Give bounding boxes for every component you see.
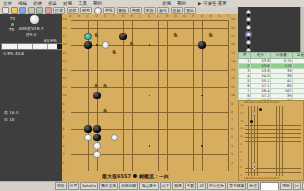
- bottom-button-KataGo[interactable]: KataGo: [80, 182, 98, 190]
- menu-item-工具[interactable]: 工具: [77, 1, 88, 6]
- open-icon[interactable]: [11, 7, 18, 14]
- coord-top-N: N: [174, 15, 176, 18]
- bottom-button-报告[interactable]: 报告: [55, 182, 67, 190]
- mini-coord-left-17: 17: [240, 113, 244, 116]
- coord-left-7: 7: [63, 119, 65, 122]
- nav-button-first[interactable]: |<: [293, 182, 301, 190]
- nav-button-prev10[interactable]: <<: [302, 182, 304, 190]
- coord-right-18: 18: [231, 27, 235, 30]
- bottom-button-试下[interactable]: 试下: [160, 182, 172, 190]
- coord-left-18: 18: [63, 27, 67, 30]
- coord-right-10: 10: [231, 94, 235, 97]
- mini-coord-left-1: 1: [240, 175, 242, 178]
- menu-item-帮助[interactable]: 帮助: [176, 1, 187, 6]
- stone-B-D6[interactable]: [93, 125, 101, 133]
- candidate-marker-F15[interactable]: ♞: [111, 49, 116, 55]
- tree-scrollbar[interactable]: [300, 7, 304, 52]
- candidate-marker-R17[interactable]: ♞: [208, 32, 213, 38]
- toolbar-button-形势[interactable]: 形势: [144, 7, 156, 14]
- stone-B-C16[interactable]: [84, 41, 92, 49]
- coord-right-5: 5: [231, 136, 233, 139]
- mini-coord-left-5: 5: [240, 160, 242, 163]
- coord-top-F: F: [113, 15, 115, 18]
- coord-right-8: 8: [231, 111, 233, 114]
- coord-top-T: T: [227, 15, 229, 18]
- menu-item-帮助[interactable]: 帮助: [92, 1, 103, 6]
- coord-right-11: 11: [231, 86, 235, 89]
- candidate-marker-H16[interactable]: ♞: [129, 41, 134, 47]
- coord-top-M: M: [166, 15, 169, 18]
- coord-top-J: J: [139, 15, 140, 18]
- coord-right-7: 7: [231, 119, 233, 122]
- bottom-button-clear[interactable]: 清除: [280, 182, 292, 190]
- coord-right-3: 3: [231, 153, 233, 156]
- variation-table[interactable]: 序胜率计算量目差153.80.7k253.8178353.839454.0385…: [238, 52, 304, 100]
- coord-left-14: 14: [63, 60, 67, 63]
- stone-B-D5[interactable]: [93, 134, 101, 142]
- setup-icon[interactable]: [45, 7, 52, 14]
- coord-top-D: D: [95, 15, 97, 18]
- coord-right-4: 4: [231, 145, 233, 148]
- new-file-icon[interactable]: [2, 7, 9, 14]
- stone-B-C17[interactable]: [84, 33, 92, 41]
- mini-stone-W-D4: [253, 163, 256, 166]
- coord-left-10: 10: [63, 94, 67, 97]
- status-strip: 最大值6557 树概览：一白: [62, 171, 238, 181]
- bottom-button-分享[interactable]: 分享: [68, 182, 80, 190]
- coord-right-17: 17: [231, 35, 235, 38]
- coord-left-3: 3: [63, 153, 65, 156]
- toolbar-button-删除[interactable]: 删除: [117, 7, 129, 14]
- stone-B-Q16[interactable]: [198, 41, 206, 49]
- coord-left-19: 19: [63, 18, 67, 21]
- bottom-button-手数[interactable]: 手数: [185, 182, 197, 190]
- toolbar-button-坐标[interactable]: 坐标: [171, 7, 183, 14]
- mini-coord-left-19: 19: [240, 105, 244, 108]
- toolbar-button-标号[interactable]: 标号: [157, 7, 169, 14]
- coord-top-R: R: [210, 15, 212, 18]
- coord-left-5: 5: [63, 136, 65, 139]
- candidate-marker-D17[interactable]: ♞: [94, 32, 99, 38]
- coord-top-Q: Q: [201, 15, 203, 18]
- coord-right-6: 6: [231, 128, 233, 131]
- mini-coord-left-9: 9: [240, 144, 242, 147]
- engine-name: AI绝艺V19.7: [0, 26, 62, 31]
- candidate-marker-D11[interactable]: ♞: [94, 83, 99, 89]
- bottom-toolbar: 报告分享KataGo黑白互换形势判断选点提示试下棋局手数AT中心坐标官子精算标注…: [0, 181, 304, 190]
- mini-coord-left-15: 15: [240, 121, 244, 124]
- white-to-analyze-stone-icon: [30, 15, 39, 24]
- coord-right-19: 19: [231, 18, 235, 21]
- menu-alert-label[interactable]: ▶ 可警告·重置: [197, 1, 228, 6]
- coord-top-O: O: [183, 15, 185, 18]
- coord-top-K: K: [148, 15, 150, 18]
- mini-stone-W-D3: [253, 167, 256, 170]
- coord-left-11: 11: [63, 86, 67, 89]
- bottom-button-选点提示[interactable]: 选点提示: [139, 182, 158, 190]
- toolbar-button-悔棋[interactable]: 悔棋: [130, 7, 142, 14]
- coord-top-E: E: [104, 15, 106, 18]
- mini-coord-left-11: 11: [240, 136, 244, 139]
- coord-left-16: 16: [63, 43, 67, 46]
- candidate-marker-E8[interactable]: ♞: [103, 108, 108, 114]
- coord-top-B: B: [78, 15, 80, 18]
- coord-top-G: G: [122, 15, 124, 18]
- menu-item-棋盘[interactable]: 棋盘: [47, 1, 58, 6]
- coord-left-2: 2: [63, 162, 65, 165]
- mini-coord-left-7: 7: [240, 152, 242, 155]
- toolbar-button-研究[interactable]: 研究: [80, 7, 92, 14]
- bottom-button-标注[interactable]: 标注: [247, 182, 259, 190]
- candidate-marker-N17[interactable]: ♞: [173, 32, 178, 38]
- coord-left-6: 6: [63, 128, 65, 131]
- engine-slot-t3-label: T3: [10, 16, 15, 21]
- winrate-bar: [1, 43, 63, 50]
- stone-W-D4[interactable]: [93, 142, 101, 150]
- coord-left-12: 12: [63, 77, 67, 80]
- menu-item-棋局[interactable]: 棋局: [161, 1, 172, 6]
- menu-item-编辑[interactable]: 编辑: [17, 1, 28, 6]
- coord-left-17: 17: [63, 35, 67, 38]
- coord-top-S: S: [218, 15, 220, 18]
- bottom-button-中心坐标[interactable]: 中心坐标: [207, 182, 226, 190]
- save-icon[interactable]: [19, 7, 26, 14]
- move-tree-panel[interactable]: [238, 7, 304, 52]
- mini-coord-left-13: 13: [240, 128, 244, 131]
- ai-analysis-panel: T3 T5 AI绝艺V19.7 得9.0 63.9% -1.5% 43.8 黑 …: [0, 14, 62, 181]
- score-delta: -1.5% 43.8: [2, 51, 24, 56]
- toolbar-button-退出[interactable]: 退出: [184, 7, 196, 14]
- toolbar-button-变化[interactable]: 变化: [103, 7, 115, 14]
- coord-top-L: L: [157, 15, 159, 18]
- star-point-D16: [96, 44, 98, 46]
- mini-coord-left-3: 3: [240, 167, 242, 170]
- coord-left-9: 9: [63, 103, 65, 106]
- analysis-line-white: 白 18: [4, 117, 14, 122]
- coord-right-15: 15: [231, 52, 235, 55]
- engine-score: 得9.0: [0, 32, 62, 37]
- black-turn-dot-icon: [133, 174, 137, 178]
- copy-icon[interactable]: [28, 7, 35, 14]
- winrate-tick: [47, 44, 48, 49]
- winrate-tick: [32, 44, 33, 49]
- coord-top-C: C: [87, 15, 89, 18]
- coord-right-16: 16: [231, 43, 235, 46]
- coord-right-2: 2: [231, 162, 233, 165]
- stone-B-D10[interactable]: [93, 92, 101, 100]
- star-point-Q4: [201, 145, 203, 147]
- coord-top-A: A: [69, 15, 71, 18]
- coord-left-8: 8: [63, 111, 65, 114]
- stone-W-D3[interactable]: [93, 151, 101, 159]
- coord-right-12: 12: [231, 77, 235, 80]
- coord-top-P: P: [192, 15, 194, 18]
- bottom-button-AT[interactable]: AT: [197, 182, 206, 190]
- move-number-input[interactable]: [260, 182, 279, 191]
- mini-go-board[interactable]: ABCDEFGHJKLMNOPQRSTABCDEFGHJKLMNOPQRST19…: [238, 100, 304, 181]
- coord-left-13: 13: [63, 69, 67, 72]
- main-go-board[interactable]: A1919B1818C1717D1616E1515F1414G1313H1212…: [62, 14, 238, 171]
- winrate-bar-fill: [2, 44, 57, 49]
- mini-coords-top: ABCDEFGHJKLMNOPQRST: [244, 102, 280, 105]
- coord-right-13: 13: [231, 69, 235, 72]
- menu-item-棋谱[interactable]: 棋谱: [32, 1, 43, 6]
- coord-right-9: 9: [231, 103, 233, 106]
- candidate-marker-E11[interactable]: ♞: [103, 83, 108, 89]
- toolbar-button-打谱[interactable]: 打谱: [53, 7, 65, 14]
- toolbar-button-对弈[interactable]: 对弈: [67, 7, 79, 14]
- menu-item-对局[interactable]: 对局: [62, 1, 73, 6]
- coord-left-15: 15: [63, 52, 67, 55]
- bottom-button-官子精算[interactable]: 官子精算: [227, 182, 246, 190]
- stone-B-C6[interactable]: [84, 125, 92, 133]
- analysis-line-black: 黑 16.4: [4, 110, 18, 115]
- coord-left-4: 4: [63, 145, 65, 148]
- bottom-button-黑白互换[interactable]: 黑白互换: [99, 182, 118, 190]
- print-icon[interactable]: [36, 7, 43, 14]
- mini-stone-B-C15: [250, 120, 253, 123]
- menu-item-文件[interactable]: 文件: [2, 1, 13, 6]
- tree-overview-label: 树概览：一白: [139, 173, 169, 179]
- coord-right-14: 14: [231, 60, 235, 63]
- bottom-button-棋局[interactable]: 棋局: [172, 182, 184, 190]
- bottom-button-形势判断[interactable]: 形势判断: [119, 182, 138, 190]
- winrate-tick: [17, 44, 18, 49]
- coord-top-H: H: [131, 15, 133, 18]
- stone-W-E16[interactable]: [102, 41, 110, 49]
- max-visits-label: 最大值6557: [102, 173, 131, 179]
